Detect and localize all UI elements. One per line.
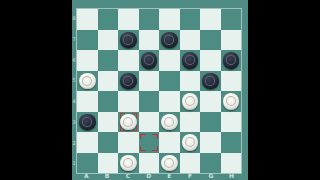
square-d7[interactable] — [139, 30, 160, 51]
square-a8[interactable] — [77, 9, 98, 30]
square-h2[interactable] — [221, 132, 242, 153]
white-piece-f2[interactable] — [182, 134, 199, 151]
square-e8[interactable] — [159, 9, 180, 30]
file-label-e: E — [159, 171, 180, 180]
file-label-c: C — [118, 171, 139, 180]
square-h8[interactable] — [221, 9, 242, 30]
square-b6[interactable] — [98, 50, 119, 71]
file-label-h: H — [221, 171, 242, 180]
square-a3[interactable] — [77, 112, 98, 133]
square-b7[interactable] — [98, 30, 119, 51]
square-e5[interactable] — [159, 71, 180, 92]
file-label-a: A — [76, 171, 97, 180]
square-b5[interactable] — [98, 71, 119, 92]
square-g3[interactable] — [200, 112, 221, 133]
file-label-b: B — [97, 171, 118, 180]
black-piece-e7[interactable] — [161, 32, 178, 49]
black-piece-c7[interactable] — [120, 32, 137, 49]
square-e6[interactable] — [159, 50, 180, 71]
square-d3[interactable] — [139, 112, 160, 133]
black-piece-a3[interactable] — [79, 114, 96, 131]
board-panel: 87654321 ABCDEFGH — [72, 0, 248, 180]
square-c8[interactable] — [118, 9, 139, 30]
square-h5[interactable] — [221, 71, 242, 92]
square-h4[interactable] — [221, 91, 242, 112]
square-c3[interactable] — [118, 112, 139, 133]
square-g2[interactable] — [200, 132, 221, 153]
square-f8[interactable] — [180, 9, 201, 30]
square-f2[interactable] — [180, 132, 201, 153]
square-a6[interactable] — [77, 50, 98, 71]
white-piece-f4[interactable] — [182, 93, 199, 110]
square-h3[interactable] — [221, 112, 242, 133]
square-f7[interactable] — [180, 30, 201, 51]
black-piece-f6[interactable] — [182, 52, 199, 69]
white-piece-c3[interactable] — [120, 114, 137, 131]
black-piece-d6[interactable] — [141, 52, 158, 69]
file-label-g: G — [201, 171, 222, 180]
black-piece-h6[interactable] — [223, 52, 240, 69]
move-highlight-d2 — [140, 134, 158, 152]
file-label-d: D — [138, 171, 159, 180]
square-h7[interactable] — [221, 30, 242, 51]
square-e2[interactable] — [159, 132, 180, 153]
square-c1[interactable] — [118, 153, 139, 174]
square-f1[interactable] — [180, 153, 201, 174]
square-f6[interactable] — [180, 50, 201, 71]
square-a2[interactable] — [77, 132, 98, 153]
square-g8[interactable] — [200, 9, 221, 30]
square-f3[interactable] — [180, 112, 201, 133]
white-piece-h4[interactable] — [223, 93, 240, 110]
square-a7[interactable] — [77, 30, 98, 51]
square-f4[interactable] — [180, 91, 201, 112]
file-labels: ABCDEFGH — [76, 171, 242, 180]
file-label-f: F — [180, 171, 201, 180]
square-g5[interactable] — [200, 71, 221, 92]
square-a1[interactable] — [77, 153, 98, 174]
square-c7[interactable] — [118, 30, 139, 51]
square-g7[interactable] — [200, 30, 221, 51]
square-a4[interactable] — [77, 91, 98, 112]
white-piece-c1[interactable] — [120, 155, 137, 172]
square-e7[interactable] — [159, 30, 180, 51]
square-b3[interactable] — [98, 112, 119, 133]
square-e1[interactable] — [159, 153, 180, 174]
square-h6[interactable] — [221, 50, 242, 71]
square-d1[interactable] — [139, 153, 160, 174]
black-piece-g5[interactable] — [202, 73, 219, 90]
square-d5[interactable] — [139, 71, 160, 92]
square-h1[interactable] — [221, 153, 242, 174]
square-f5[interactable] — [180, 71, 201, 92]
square-c4[interactable] — [118, 91, 139, 112]
square-g1[interactable] — [200, 153, 221, 174]
white-piece-e1[interactable] — [161, 155, 178, 172]
square-b2[interactable] — [98, 132, 119, 153]
black-piece-c5[interactable] — [120, 73, 137, 90]
white-piece-a5[interactable] — [79, 73, 96, 90]
square-b8[interactable] — [98, 9, 119, 30]
square-b4[interactable] — [98, 91, 119, 112]
square-d6[interactable] — [139, 50, 160, 71]
square-b1[interactable] — [98, 153, 119, 174]
square-d4[interactable] — [139, 91, 160, 112]
square-c6[interactable] — [118, 50, 139, 71]
checkers-board — [76, 8, 242, 174]
square-g4[interactable] — [200, 91, 221, 112]
square-c5[interactable] — [118, 71, 139, 92]
square-e3[interactable] — [159, 112, 180, 133]
square-a5[interactable] — [77, 71, 98, 92]
square-d2[interactable] — [139, 132, 160, 153]
square-e4[interactable] — [159, 91, 180, 112]
white-piece-e3[interactable] — [161, 114, 178, 131]
square-d8[interactable] — [139, 9, 160, 30]
square-c2[interactable] — [118, 132, 139, 153]
square-g6[interactable] — [200, 50, 221, 71]
